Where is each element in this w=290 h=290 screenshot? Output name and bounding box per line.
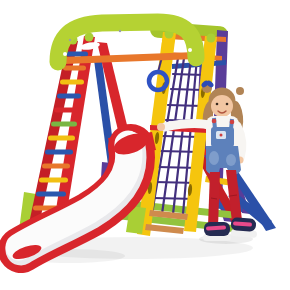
- front-arch: [58, 22, 196, 64]
- girl-pigtail-right: [236, 87, 244, 95]
- ladder-rung-4: [57, 94, 81, 99]
- ladder-rung-1: [66, 52, 88, 57]
- net-rail-cap-2: [207, 34, 216, 43]
- arch-screw-2: [69, 39, 71, 41]
- play-gym-scene: [0, 0, 290, 290]
- girl-hand-left: [157, 123, 165, 131]
- girl-arm-left-sleeve: [165, 124, 212, 127]
- ladder-rung-9: [42, 164, 70, 169]
- ladder-rung-10: [39, 178, 68, 183]
- girl-leg-left-tights: [208, 172, 220, 227]
- ladder-rung-3: [60, 80, 84, 85]
- girl-shorts-wash-1: [209, 151, 219, 165]
- girl-strap-patch-right: [230, 120, 235, 125]
- ladder-rung-6: [51, 122, 77, 127]
- girl-eye-left: [216, 103, 219, 106]
- arch-hole-small-2: [188, 48, 192, 52]
- arch-screw-1: [119, 30, 121, 32]
- girl-eye-right: [226, 103, 229, 106]
- arch-handle-hole-2: [142, 37, 162, 45]
- ladder-rung-2: [63, 66, 86, 71]
- girl-strap-patch-left: [212, 119, 217, 124]
- girl-pocket-dot: [220, 134, 223, 137]
- ladder-rung-8: [45, 150, 73, 155]
- ladder-rung-7: [48, 136, 75, 141]
- girl-shorts-wash-2: [226, 154, 236, 166]
- arch-hole-small-1: [63, 52, 67, 56]
- rail-cap-lime-2: [85, 33, 94, 42]
- ladder-rung-5: [54, 108, 79, 113]
- product-photo: [0, 0, 290, 290]
- ladder-rung-11: [36, 192, 66, 197]
